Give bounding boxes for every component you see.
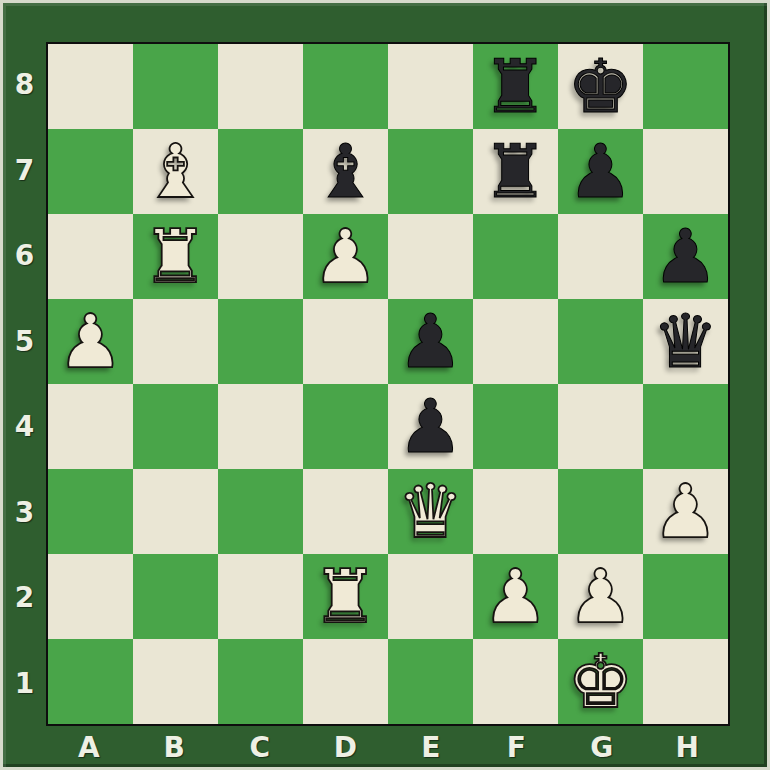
square-e2[interactable]	[388, 554, 473, 639]
piece-black-pawn[interactable]: ♟	[652, 214, 718, 299]
square-d6[interactable]: ♟	[303, 214, 388, 299]
square-b4[interactable]	[133, 384, 218, 469]
square-a2[interactable]	[48, 554, 133, 639]
square-f5[interactable]	[473, 299, 558, 384]
square-c5[interactable]	[218, 299, 303, 384]
square-b2[interactable]	[133, 554, 218, 639]
square-d1[interactable]	[303, 639, 388, 724]
square-c6[interactable]	[218, 214, 303, 299]
square-g6[interactable]	[558, 214, 643, 299]
square-a8[interactable]	[48, 44, 133, 129]
square-d4[interactable]	[303, 384, 388, 469]
square-d3[interactable]	[303, 469, 388, 554]
square-g8[interactable]: ♚	[558, 44, 643, 129]
square-a3[interactable]	[48, 469, 133, 554]
square-e5[interactable]: ♟	[388, 299, 473, 384]
piece-white-pawn[interactable]: ♟	[312, 214, 378, 299]
square-b5[interactable]	[133, 299, 218, 384]
square-h1[interactable]	[643, 639, 728, 724]
square-e4[interactable]: ♟	[388, 384, 473, 469]
square-e1[interactable]	[388, 639, 473, 724]
square-f8[interactable]: ♜	[473, 44, 558, 129]
square-g5[interactable]	[558, 299, 643, 384]
file-label-g: G	[559, 726, 645, 768]
square-e7[interactable]	[388, 129, 473, 214]
piece-black-bishop[interactable]: ♝	[312, 129, 378, 214]
file-label-f: F	[474, 726, 560, 768]
file-label-a: A	[46, 726, 132, 768]
square-c3[interactable]	[218, 469, 303, 554]
square-b8[interactable]	[133, 44, 218, 129]
square-h4[interactable]	[643, 384, 728, 469]
piece-white-king[interactable]: ♚	[567, 639, 633, 724]
square-g1[interactable]: ♚	[558, 639, 643, 724]
rank-label-3: 3	[3, 470, 46, 556]
square-a1[interactable]	[48, 639, 133, 724]
square-c2[interactable]	[218, 554, 303, 639]
piece-black-pawn[interactable]: ♟	[567, 129, 633, 214]
square-a4[interactable]	[48, 384, 133, 469]
square-h5[interactable]: ♛	[643, 299, 728, 384]
square-g2[interactable]: ♟	[558, 554, 643, 639]
rank-label-4: 4	[3, 384, 46, 470]
square-d5[interactable]	[303, 299, 388, 384]
square-b6[interactable]: ♜	[133, 214, 218, 299]
square-d7[interactable]: ♝	[303, 129, 388, 214]
rank-labels: 87654321	[3, 42, 46, 726]
square-a7[interactable]	[48, 129, 133, 214]
chessboard[interactable]: ♜♚♝♝♜♟♜♟♟♟♟♛♟♛♟♜♟♟♚	[46, 42, 730, 726]
file-label-c: C	[217, 726, 303, 768]
rank-label-2: 2	[3, 555, 46, 641]
square-c4[interactable]	[218, 384, 303, 469]
square-h7[interactable]	[643, 129, 728, 214]
piece-white-pawn[interactable]: ♟	[57, 299, 123, 384]
file-label-h: H	[645, 726, 731, 768]
square-d2[interactable]: ♜	[303, 554, 388, 639]
rank-label-1: 1	[3, 641, 46, 727]
square-g3[interactable]	[558, 469, 643, 554]
square-g7[interactable]: ♟	[558, 129, 643, 214]
square-f4[interactable]	[473, 384, 558, 469]
square-f3[interactable]	[473, 469, 558, 554]
square-a6[interactable]	[48, 214, 133, 299]
square-g4[interactable]	[558, 384, 643, 469]
square-h6[interactable]: ♟	[643, 214, 728, 299]
rank-label-5: 5	[3, 299, 46, 385]
square-c8[interactable]	[218, 44, 303, 129]
file-label-d: D	[303, 726, 389, 768]
piece-white-queen[interactable]: ♛	[397, 469, 463, 554]
piece-white-rook[interactable]: ♜	[312, 554, 378, 639]
square-c1[interactable]	[218, 639, 303, 724]
square-f6[interactable]	[473, 214, 558, 299]
square-d8[interactable]	[303, 44, 388, 129]
square-h8[interactable]	[643, 44, 728, 129]
chessboard-frame: 87654321 ♜♚♝♝♜♟♜♟♟♟♟♛♟♛♟♜♟♟♚ ABCDEFGH	[0, 0, 770, 770]
piece-black-pawn[interactable]: ♟	[397, 384, 463, 469]
file-label-b: B	[132, 726, 218, 768]
square-f7[interactable]: ♜	[473, 129, 558, 214]
square-f2[interactable]: ♟	[473, 554, 558, 639]
piece-black-pawn[interactable]: ♟	[397, 299, 463, 384]
square-f1[interactable]	[473, 639, 558, 724]
piece-white-pawn[interactable]: ♟	[652, 469, 718, 554]
square-h3[interactable]: ♟	[643, 469, 728, 554]
piece-white-pawn[interactable]: ♟	[482, 554, 548, 639]
square-e6[interactable]	[388, 214, 473, 299]
piece-black-queen[interactable]: ♛	[652, 299, 718, 384]
piece-black-rook[interactable]: ♜	[482, 129, 548, 214]
square-h2[interactable]	[643, 554, 728, 639]
piece-white-pawn[interactable]: ♟	[567, 554, 633, 639]
rank-label-6: 6	[3, 213, 46, 299]
piece-black-rook[interactable]: ♜	[482, 44, 548, 129]
piece-black-king[interactable]: ♚	[567, 44, 633, 129]
square-e8[interactable]	[388, 44, 473, 129]
piece-white-bishop[interactable]: ♝	[142, 129, 208, 214]
square-a5[interactable]: ♟	[48, 299, 133, 384]
file-label-e: E	[388, 726, 474, 768]
square-e3[interactable]: ♛	[388, 469, 473, 554]
file-labels: ABCDEFGH	[46, 726, 730, 768]
rank-label-7: 7	[3, 128, 46, 214]
square-b7[interactable]: ♝	[133, 129, 218, 214]
square-b3[interactable]	[133, 469, 218, 554]
square-b1[interactable]	[133, 639, 218, 724]
square-c7[interactable]	[218, 129, 303, 214]
rank-label-8: 8	[3, 42, 46, 128]
piece-white-rook[interactable]: ♜	[142, 214, 208, 299]
